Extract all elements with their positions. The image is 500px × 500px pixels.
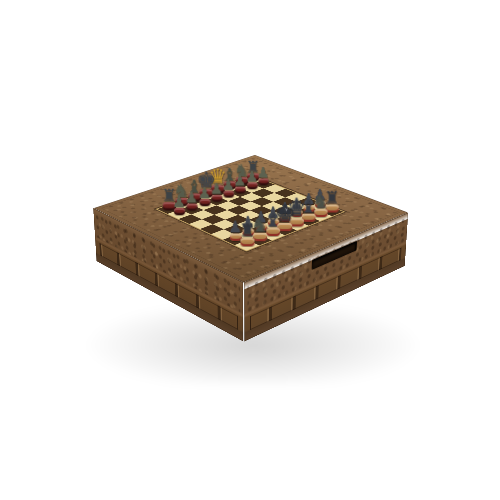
piece-stack: ♟ [170,195,188,215]
piece-stack: ♜ [237,221,257,246]
piece-base [240,238,254,247]
photo-stage: ♜♞♝♛♚♝♞♜♟♟♟♟♟♟♟♟♟♟♟♟♟♟♟♟♜♞♝♛♚♝♞♜ [0,0,500,500]
